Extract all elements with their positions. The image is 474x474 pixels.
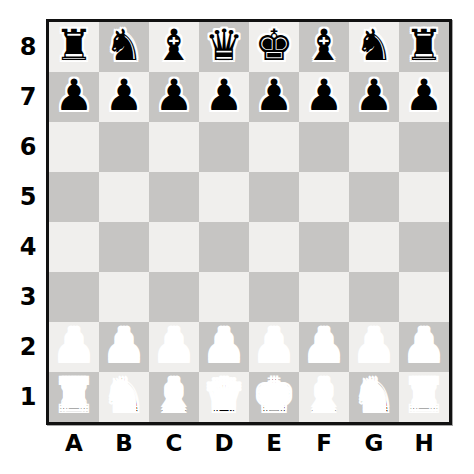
square-g5[interactable] bbox=[349, 172, 399, 222]
square-b5[interactable] bbox=[99, 172, 149, 222]
square-f5[interactable] bbox=[299, 172, 349, 222]
black-pawn: ♟ bbox=[405, 74, 444, 117]
square-g7[interactable]: ♟ bbox=[349, 72, 399, 122]
black-pawn: ♟ bbox=[155, 74, 194, 117]
file-labels: ABCDEFGH bbox=[49, 426, 449, 460]
white-pawn: ♟ bbox=[355, 324, 394, 367]
square-e8[interactable]: ♚ bbox=[249, 22, 299, 72]
black-pawn: ♟ bbox=[105, 74, 144, 117]
file-label-c: C bbox=[149, 426, 199, 460]
black-rook: ♜ bbox=[405, 24, 444, 67]
black-bishop: ♝ bbox=[155, 24, 194, 67]
rank-label-3: 3 bbox=[14, 272, 42, 322]
square-h1[interactable]: ♜ bbox=[399, 372, 449, 422]
square-h2[interactable]: ♟ bbox=[399, 322, 449, 372]
square-c8[interactable]: ♝ bbox=[149, 22, 199, 72]
square-a6[interactable] bbox=[49, 122, 99, 172]
square-b7[interactable]: ♟ bbox=[99, 72, 149, 122]
square-c2[interactable]: ♟ bbox=[149, 322, 199, 372]
square-g6[interactable] bbox=[349, 122, 399, 172]
white-pawn: ♟ bbox=[55, 324, 94, 367]
white-pawn: ♟ bbox=[155, 324, 194, 367]
square-f2[interactable]: ♟ bbox=[299, 322, 349, 372]
white-rook: ♜ bbox=[55, 374, 94, 417]
rank-label-6: 6 bbox=[14, 122, 42, 172]
square-a3[interactable] bbox=[49, 272, 99, 322]
white-king: ♚ bbox=[255, 374, 294, 417]
file-label-a: A bbox=[49, 426, 99, 460]
file-label-h: H bbox=[399, 426, 449, 460]
rank-label-8: 8 bbox=[14, 22, 42, 72]
square-h7[interactable]: ♟ bbox=[399, 72, 449, 122]
square-c4[interactable] bbox=[149, 222, 199, 272]
square-f6[interactable] bbox=[299, 122, 349, 172]
square-d2[interactable]: ♟ bbox=[199, 322, 249, 372]
square-b4[interactable] bbox=[99, 222, 149, 272]
square-e7[interactable]: ♟ bbox=[249, 72, 299, 122]
square-g2[interactable]: ♟ bbox=[349, 322, 399, 372]
square-f7[interactable]: ♟ bbox=[299, 72, 349, 122]
chess-diagram: 87654321 ♜♞♝♛♚♝♞♜♟♟♟♟♟♟♟♟♟♟♟♟♟♟♟♟♜♞♝♛♚♝♞… bbox=[0, 0, 474, 474]
square-b3[interactable] bbox=[99, 272, 149, 322]
white-bishop: ♝ bbox=[305, 374, 344, 417]
square-h4[interactable] bbox=[399, 222, 449, 272]
square-g4[interactable] bbox=[349, 222, 399, 272]
square-b1[interactable]: ♞ bbox=[99, 372, 149, 422]
rank-labels: 87654321 bbox=[14, 22, 42, 422]
square-g3[interactable] bbox=[349, 272, 399, 322]
square-g1[interactable]: ♞ bbox=[349, 372, 399, 422]
rank-label-7: 7 bbox=[14, 72, 42, 122]
square-e1[interactable]: ♚ bbox=[249, 372, 299, 422]
square-d5[interactable] bbox=[199, 172, 249, 222]
square-a2[interactable]: ♟ bbox=[49, 322, 99, 372]
white-pawn: ♟ bbox=[105, 324, 144, 367]
square-d1[interactable]: ♛ bbox=[199, 372, 249, 422]
square-h3[interactable] bbox=[399, 272, 449, 322]
black-bishop: ♝ bbox=[305, 24, 344, 67]
square-h6[interactable] bbox=[399, 122, 449, 172]
square-d4[interactable] bbox=[199, 222, 249, 272]
square-h8[interactable]: ♜ bbox=[399, 22, 449, 72]
chess-board: ♜♞♝♛♚♝♞♜♟♟♟♟♟♟♟♟♟♟♟♟♟♟♟♟♜♞♝♛♚♝♞♜ bbox=[46, 19, 452, 425]
black-king: ♚ bbox=[255, 24, 294, 67]
square-h5[interactable] bbox=[399, 172, 449, 222]
square-a4[interactable] bbox=[49, 222, 99, 272]
white-pawn: ♟ bbox=[205, 324, 244, 367]
rank-label-5: 5 bbox=[14, 172, 42, 222]
square-a5[interactable] bbox=[49, 172, 99, 222]
square-e5[interactable] bbox=[249, 172, 299, 222]
white-knight: ♞ bbox=[105, 374, 144, 417]
square-f1[interactable]: ♝ bbox=[299, 372, 349, 422]
square-c1[interactable]: ♝ bbox=[149, 372, 199, 422]
white-queen: ♛ bbox=[205, 374, 244, 417]
black-knight: ♞ bbox=[355, 24, 394, 67]
white-bishop: ♝ bbox=[155, 374, 194, 417]
file-label-b: B bbox=[99, 426, 149, 460]
rank-label-1: 1 bbox=[14, 372, 42, 422]
square-f8[interactable]: ♝ bbox=[299, 22, 349, 72]
square-c5[interactable] bbox=[149, 172, 199, 222]
white-pawn: ♟ bbox=[405, 324, 444, 367]
file-label-e: E bbox=[249, 426, 299, 460]
square-c7[interactable]: ♟ bbox=[149, 72, 199, 122]
square-f4[interactable] bbox=[299, 222, 349, 272]
square-a8[interactable]: ♜ bbox=[49, 22, 99, 72]
black-pawn: ♟ bbox=[255, 74, 294, 117]
black-pawn: ♟ bbox=[55, 74, 94, 117]
black-pawn: ♟ bbox=[305, 74, 344, 117]
black-pawn: ♟ bbox=[355, 74, 394, 117]
white-knight: ♞ bbox=[355, 374, 394, 417]
black-queen: ♛ bbox=[205, 24, 244, 67]
white-rook: ♜ bbox=[405, 374, 444, 417]
square-b8[interactable]: ♞ bbox=[99, 22, 149, 72]
file-label-f: F bbox=[299, 426, 349, 460]
square-c3[interactable] bbox=[149, 272, 199, 322]
square-d8[interactable]: ♛ bbox=[199, 22, 249, 72]
square-e4[interactable] bbox=[249, 222, 299, 272]
file-label-d: D bbox=[199, 426, 249, 460]
square-a7[interactable]: ♟ bbox=[49, 72, 99, 122]
square-g8[interactable]: ♞ bbox=[349, 22, 399, 72]
white-pawn: ♟ bbox=[305, 324, 344, 367]
square-e2[interactable]: ♟ bbox=[249, 322, 299, 372]
square-f3[interactable] bbox=[299, 272, 349, 322]
square-d7[interactable]: ♟ bbox=[199, 72, 249, 122]
square-b6[interactable] bbox=[99, 122, 149, 172]
square-a1[interactable]: ♜ bbox=[49, 372, 99, 422]
square-d3[interactable] bbox=[199, 272, 249, 322]
black-pawn: ♟ bbox=[205, 74, 244, 117]
square-b2[interactable]: ♟ bbox=[99, 322, 149, 372]
rank-label-2: 2 bbox=[14, 322, 42, 372]
square-c6[interactable] bbox=[149, 122, 199, 172]
white-pawn: ♟ bbox=[255, 324, 294, 367]
file-label-g: G bbox=[349, 426, 399, 460]
square-e3[interactable] bbox=[249, 272, 299, 322]
rank-label-4: 4 bbox=[14, 222, 42, 272]
square-e6[interactable] bbox=[249, 122, 299, 172]
black-rook: ♜ bbox=[55, 24, 94, 67]
square-d6[interactable] bbox=[199, 122, 249, 172]
black-knight: ♞ bbox=[105, 24, 144, 67]
